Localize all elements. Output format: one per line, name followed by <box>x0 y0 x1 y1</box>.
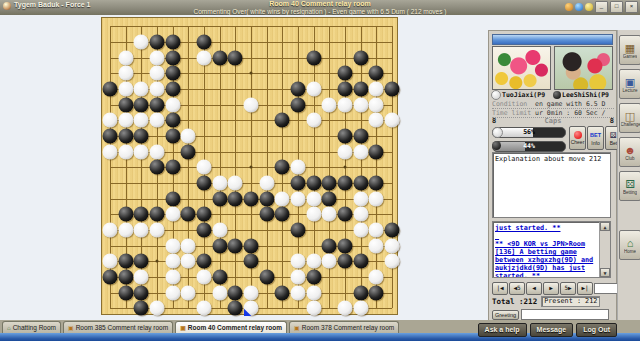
white-stone <box>150 50 165 65</box>
black-vote-bar[interactable]: 44% <box>492 141 566 152</box>
white-captures: 8 <box>492 117 496 125</box>
white-stone <box>212 285 227 300</box>
sidebar-lecture-button[interactable]: ▣Lecture <box>619 69 640 99</box>
white-stone <box>197 160 212 175</box>
white-stone <box>353 207 368 222</box>
chat-message-line: [136] A betting game <box>495 248 598 256</box>
black-stone <box>228 301 243 316</box>
white-player-name-row: TuoJiaxi(P9 <box>491 90 553 100</box>
white-stone <box>134 81 149 96</box>
black-stone <box>197 34 212 49</box>
chat-message-line: between xzhgxzhg(9D) and <box>495 256 598 264</box>
black-stone <box>322 238 337 253</box>
white-stone <box>150 301 165 316</box>
close-button[interactable]: × <box>625 1 638 13</box>
black-stone <box>244 254 259 269</box>
game-info-panel: TuoJiaxi(P9 LeeShiShi(P9 Condition en ga… <box>488 30 617 335</box>
black-stone <box>134 207 149 222</box>
black-stone <box>244 191 259 206</box>
white-stone <box>150 144 165 159</box>
white-stone <box>181 128 196 143</box>
black-stone <box>369 176 384 191</box>
white-stone <box>338 97 353 112</box>
black-stone <box>181 144 196 159</box>
greeting-button[interactable]: Greeting <box>492 310 519 320</box>
white-stone <box>197 270 212 285</box>
client-area: TuoJiaxi(P9 LeeShiShi(P9 Condition en ga… <box>0 15 640 320</box>
button-label: Betting <box>623 190 637 195</box>
white-stone <box>259 176 274 191</box>
white-stone <box>353 97 368 112</box>
black-stone <box>369 285 384 300</box>
white-stone-icon <box>491 90 501 100</box>
black-stone <box>150 160 165 175</box>
black-stone <box>275 113 290 128</box>
black-stone <box>353 176 368 191</box>
white-stone <box>275 191 290 206</box>
white-stone <box>134 113 149 128</box>
black-stone <box>212 270 227 285</box>
black-stone <box>118 285 133 300</box>
white-stone <box>103 254 118 269</box>
black-stone <box>228 50 243 65</box>
black-captures: 8 <box>610 117 614 125</box>
black-stone <box>150 97 165 112</box>
tab-label: Room 378 Comment relay room <box>302 323 394 333</box>
vote-bars: 56% 44% <box>492 127 566 155</box>
chat-message-line: ** <9D KOR vs JPN>Room <box>495 240 598 248</box>
go-board[interactable] <box>101 17 398 315</box>
tab-label: Room 385 Comment relay room <box>76 323 168 333</box>
white-stone <box>244 285 259 300</box>
white-stone <box>306 301 321 316</box>
chat-message-line: started. ** <box>495 272 598 278</box>
black-stone <box>338 81 353 96</box>
white-player-photo <box>492 46 551 90</box>
white-stone <box>118 113 133 128</box>
sidebar-club-button[interactable]: ☻Club <box>619 137 640 167</box>
game-status-line: Commenting Over( white wins by resignati… <box>0 8 640 15</box>
black-stone <box>118 97 133 112</box>
games-icon: ▦ <box>625 42 635 54</box>
white-stone <box>306 81 321 96</box>
button-label: Games <box>623 54 638 59</box>
move-navigation: |◀◀5◀▶5▶▶|go <box>492 282 636 295</box>
sidebar-challenge-button[interactable]: ◫Challenge <box>619 103 640 133</box>
black-stone <box>291 97 306 112</box>
white-stone <box>181 254 196 269</box>
lecture-icon: ▣ <box>625 76 635 88</box>
black-stone <box>118 207 133 222</box>
black-stone <box>275 160 290 175</box>
white-stone <box>118 223 133 238</box>
board-gridline <box>267 26 268 308</box>
white-stone <box>291 160 306 175</box>
white-stone <box>244 97 259 112</box>
white-stone <box>197 301 212 316</box>
black-stone <box>165 128 180 143</box>
white-stone <box>338 301 353 316</box>
white-stone <box>306 207 321 222</box>
cheer-button[interactable]: Cheer <box>569 126 586 150</box>
black-stone <box>369 66 384 81</box>
challenge-icon: ◫ <box>625 110 635 122</box>
white-stone <box>165 97 180 112</box>
black-stone <box>244 238 259 253</box>
button-label: Home <box>624 249 636 254</box>
black-stone <box>322 176 337 191</box>
white-stone <box>103 144 118 159</box>
black-stone <box>197 176 212 191</box>
nav-button[interactable]: ▶ <box>543 282 559 295</box>
white-stone <box>118 81 133 96</box>
button-label: Club <box>625 156 634 161</box>
log-out-button[interactable]: Log Out <box>576 323 617 337</box>
white-stone <box>353 223 368 238</box>
black-stone <box>228 285 243 300</box>
black-stone <box>134 128 149 143</box>
service-sidebar: ▦Games▣Lecture◫Challenge☻Club⚄Betting⌂Ho… <box>617 30 640 335</box>
button-label: Challenge <box>621 122 640 127</box>
black-stone <box>353 81 368 96</box>
black-stone <box>103 270 118 285</box>
black-stone <box>353 254 368 269</box>
white-stone <box>369 238 384 253</box>
black-stone <box>338 128 353 143</box>
sidebar-home-button[interactable]: ⌂Home <box>619 230 640 260</box>
black-stone <box>228 238 243 253</box>
black-stone <box>259 191 274 206</box>
nav-button[interactable]: |◀ <box>492 282 508 295</box>
black-stone <box>134 285 149 300</box>
info-button[interactable]: BETInfo <box>587 126 604 150</box>
black-stone-icon <box>553 91 561 99</box>
white-stone <box>165 254 180 269</box>
room-icon: ▣ <box>180 323 186 333</box>
panel-header-bar <box>492 34 613 45</box>
white-stone <box>181 285 196 300</box>
white-stone <box>353 301 368 316</box>
white-stone <box>150 81 165 96</box>
chat-message-line: just started. ** <box>495 224 598 232</box>
nav-button[interactable]: 5▶ <box>560 282 576 295</box>
white-stone <box>165 285 180 300</box>
captures-row: 8 Caps 8 <box>492 117 614 125</box>
white-stone <box>118 66 133 81</box>
black-stone <box>212 238 227 253</box>
button-label: Info <box>591 140 599 146</box>
club-icon: ☻ <box>624 144 636 156</box>
black-stone <box>165 66 180 81</box>
betting-icon: ⚄ <box>625 178 635 190</box>
white-stone <box>369 191 384 206</box>
white-stone <box>103 223 118 238</box>
white-stone <box>306 191 321 206</box>
white-stone <box>197 50 212 65</box>
ask-a-help-button[interactable]: Ask a help <box>478 323 527 337</box>
white-stone <box>150 223 165 238</box>
scroll-up-icon[interactable]: ▲ <box>600 222 610 231</box>
black-stone <box>197 254 212 269</box>
button-label: Cheer <box>571 139 585 145</box>
white-vote-pct: 56% <box>493 128 565 137</box>
total-moves-label: Total :212 <box>492 297 537 306</box>
black-stone <box>103 128 118 143</box>
black-stone <box>259 270 274 285</box>
black-player-name: LeeShiShi(P9 <box>562 91 609 99</box>
black-stone <box>322 191 337 206</box>
black-stone <box>306 50 321 65</box>
white-stone <box>306 285 321 300</box>
white-stone <box>369 223 384 238</box>
black-stone <box>306 176 321 191</box>
room-icon: ▣ <box>68 323 74 333</box>
black-stone <box>306 270 321 285</box>
black-stone <box>228 191 243 206</box>
black-player-name-row: LeeShiShi(P9 <box>553 90 615 100</box>
black-stone <box>134 254 149 269</box>
button-label: Lecture <box>622 88 637 93</box>
tab-label: Room 40 Comment relay room <box>188 323 282 333</box>
black-stone <box>338 238 353 253</box>
red-dot-icon <box>574 131 582 139</box>
white-stone <box>134 34 149 49</box>
star-point <box>156 260 159 263</box>
black-stone <box>353 128 368 143</box>
explanation-text: Explanation about move 212 <box>495 155 601 163</box>
white-stone <box>165 270 180 285</box>
black-player-photo <box>554 46 613 90</box>
black-stone <box>212 50 227 65</box>
black-stone <box>291 223 306 238</box>
white-stone <box>181 238 196 253</box>
chat-message-line: aukjzjdkd(9D) has just <box>495 264 598 272</box>
greeting-input[interactable] <box>521 309 609 320</box>
nav-button[interactable]: ▶| <box>577 282 593 295</box>
room-title: Room 40 Comment relay room <box>0 0 640 7</box>
black-stone <box>385 223 400 238</box>
black-stone <box>291 81 306 96</box>
restore-button[interactable]: □ <box>610 1 623 13</box>
white-stone <box>369 81 384 96</box>
white-stone <box>353 191 368 206</box>
chat-message-line <box>495 232 598 240</box>
bulb-icon[interactable] <box>585 3 593 11</box>
white-stone <box>134 144 149 159</box>
black-stone <box>165 160 180 175</box>
tab-room-378-comment-relay-room[interactable]: ▣Room 378 Comment relay room <box>289 321 399 333</box>
white-stone <box>385 238 400 253</box>
sidebar-betting-button[interactable]: ⚄Betting <box>619 171 640 201</box>
white-player-name: TuoJiaxi(P9 <box>502 91 545 99</box>
black-stone <box>118 270 133 285</box>
sidebar-games-button[interactable]: ▦Games <box>619 35 640 65</box>
nav-button[interactable]: ◀5 <box>509 282 525 295</box>
black-stone <box>134 97 149 112</box>
black-stone <box>197 207 212 222</box>
tab-room-40-comment-relay-room[interactable]: ▣Room 40 Comment relay room <box>175 321 287 333</box>
chat-scrollbar[interactable]: ▲ ▼ <box>599 222 610 277</box>
black-stone <box>165 113 180 128</box>
palette-icon[interactable] <box>565 3 573 11</box>
black-stone <box>291 176 306 191</box>
dice-icon: ⚄ <box>610 131 617 140</box>
tab-chatting-room[interactable]: ⌂Chatting Room <box>2 321 61 333</box>
white-stone <box>322 97 337 112</box>
board-gridline <box>110 277 392 278</box>
black-stone <box>165 81 180 96</box>
white-stone <box>291 285 306 300</box>
black-stone <box>118 128 133 143</box>
present-move-label: Present : 212 <box>541 296 600 307</box>
black-vote-pct: 44% <box>493 142 565 151</box>
condition-row: Condition en game with 6.5 D <box>492 100 614 109</box>
black-stone <box>181 207 196 222</box>
black-stone <box>338 207 353 222</box>
white-stone <box>165 238 180 253</box>
white-stone <box>369 270 384 285</box>
chat-box[interactable]: just started. ** ** <9D KOR vs JPN>Room[… <box>492 221 611 278</box>
white-stone <box>385 113 400 128</box>
black-stone <box>338 254 353 269</box>
black-stone <box>212 191 227 206</box>
white-stone <box>322 207 337 222</box>
scroll-down-icon[interactable]: ▼ <box>600 268 610 277</box>
message-button[interactable]: Message <box>530 323 574 337</box>
black-stone <box>369 144 384 159</box>
explanation-box[interactable]: Explanation about move 212 <box>492 152 611 218</box>
room-icon: ▣ <box>294 323 300 333</box>
black-stone <box>275 207 290 222</box>
white-stone <box>134 223 149 238</box>
title-bar: Tygem Baduk - Force 1 Room 40 Comment re… <box>0 0 640 15</box>
white-vote-bar[interactable]: 56% <box>492 127 566 138</box>
black-stone <box>353 50 368 65</box>
white-stone <box>353 144 368 159</box>
star-point <box>250 72 253 75</box>
home-icon: ⌂ <box>627 237 634 249</box>
star-point <box>250 166 253 169</box>
white-stone <box>150 66 165 81</box>
app-window: Tygem Baduk - Force 1 Room 40 Comment re… <box>0 0 640 341</box>
white-stone <box>118 144 133 159</box>
home-icon: ⌂ <box>7 323 11 333</box>
black-stone <box>103 81 118 96</box>
white-stone <box>291 270 306 285</box>
tab-room-385-comment-relay-room[interactable]: ▣Room 385 Comment relay room <box>63 321 173 333</box>
white-stone <box>338 144 353 159</box>
white-stone <box>212 223 227 238</box>
black-stone <box>134 301 149 316</box>
nav-button[interactable]: ◀ <box>526 282 542 295</box>
white-stone <box>385 254 400 269</box>
bet-buttons: CheerBETInfo⚄Bet <box>569 126 622 150</box>
white-stone <box>306 113 321 128</box>
black-stone <box>197 223 212 238</box>
black-stone <box>165 191 180 206</box>
black-stone <box>338 176 353 191</box>
black-stone <box>165 50 180 65</box>
white-stone <box>369 113 384 128</box>
white-stone <box>118 50 133 65</box>
white-stone <box>165 207 180 222</box>
white-stone <box>291 191 306 206</box>
black-stone <box>353 285 368 300</box>
black-stone <box>150 207 165 222</box>
white-stone <box>134 270 149 285</box>
bet-text-icon: BET <box>590 130 601 140</box>
star-point <box>344 166 347 169</box>
globe-icon[interactable] <box>575 3 583 11</box>
black-stone <box>385 81 400 96</box>
white-stone <box>150 113 165 128</box>
white-stone <box>103 113 118 128</box>
white-stone <box>212 176 227 191</box>
black-stone <box>259 207 274 222</box>
white-stone <box>291 254 306 269</box>
black-stone <box>165 34 180 49</box>
minimize-button[interactable]: _ <box>595 1 608 13</box>
white-stone <box>228 176 243 191</box>
footer-buttons: Ask a helpMessageLog Out <box>478 323 617 337</box>
black-stone <box>118 254 133 269</box>
black-stone <box>150 34 165 49</box>
white-stone <box>369 97 384 112</box>
white-stone <box>322 254 337 269</box>
tab-label: Chatting Room <box>13 323 56 333</box>
white-stone <box>306 254 321 269</box>
black-stone <box>275 285 290 300</box>
black-stone <box>338 66 353 81</box>
